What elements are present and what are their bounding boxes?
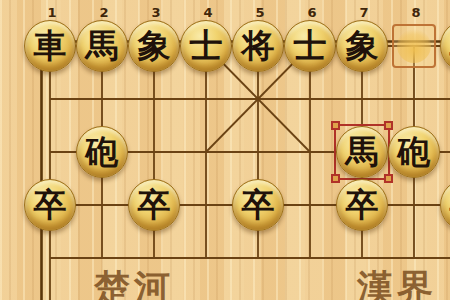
- moved-piece-ghost: [397, 29, 431, 63]
- xiangqi-board[interactable]: 12345678 車馬象士将士象車砲馬砲卒卒卒卒卒 楚河 漢界: [0, 0, 450, 300]
- piece-cannon-black[interactable]: 砲: [76, 126, 128, 178]
- file-label-3: 3: [145, 5, 167, 20]
- piece-horse-black[interactable]: 馬: [336, 126, 388, 178]
- piece-soldier-black[interactable]: 卒: [24, 179, 76, 231]
- piece-glyph: 馬: [86, 29, 119, 62]
- file-label-8: 8: [405, 5, 427, 20]
- frame-corner: [384, 121, 393, 130]
- piece-glyph: 卒: [242, 188, 275, 221]
- file-label-2: 2: [93, 5, 115, 20]
- piece-glyph: 卒: [34, 188, 67, 221]
- piece-glyph: 将: [242, 29, 275, 62]
- piece-elephant-black[interactable]: 象: [336, 20, 388, 72]
- frame-corner: [331, 121, 340, 130]
- piece-horse-black[interactable]: 馬: [76, 20, 128, 72]
- file-label-5: 5: [249, 5, 271, 20]
- piece-glyph: 卒: [346, 188, 379, 221]
- piece-general-black[interactable]: 将: [232, 20, 284, 72]
- piece-glyph: 象: [138, 29, 171, 62]
- file-label-7: 7: [353, 5, 375, 20]
- piece-cannon-black[interactable]: 砲: [388, 126, 440, 178]
- piece-glyph: 士: [294, 29, 327, 62]
- piece-soldier-black[interactable]: 卒: [232, 179, 284, 231]
- frame-corner: [384, 174, 393, 183]
- piece-elephant-black[interactable]: 象: [128, 20, 180, 72]
- piece-glyph: 砲: [398, 135, 431, 168]
- piece-advisor-black[interactable]: 士: [180, 20, 232, 72]
- file-label-4: 4: [197, 5, 219, 20]
- frame-corner: [331, 174, 340, 183]
- file-label-6: 6: [301, 5, 323, 20]
- file-label-1: 1: [41, 5, 63, 20]
- river-text-han: 漢界: [357, 264, 437, 300]
- piece-glyph: 車: [34, 29, 67, 62]
- piece-glyph: 砲: [86, 135, 119, 168]
- piece-soldier-black[interactable]: 卒: [128, 179, 180, 231]
- river-text-chu: 楚河: [94, 264, 174, 300]
- piece-glyph: 士: [190, 29, 223, 62]
- piece-glyph: 馬: [346, 135, 379, 168]
- piece-soldier-black[interactable]: 卒: [336, 179, 388, 231]
- piece-chariot-black[interactable]: 車: [24, 20, 76, 72]
- last-move-source-marker: [392, 24, 436, 68]
- piece-advisor-black[interactable]: 士: [284, 20, 336, 72]
- piece-glyph: 卒: [138, 188, 171, 221]
- piece-glyph: 象: [346, 29, 379, 62]
